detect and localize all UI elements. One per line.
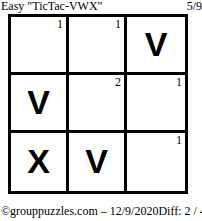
letter-V: V xyxy=(27,85,50,119)
cell-r1c2[interactable]: 1 xyxy=(127,75,185,133)
header: Easy "TicTac-VWX" 5/9 xyxy=(1,0,202,13)
cell-r1c1[interactable]: 2 xyxy=(69,75,127,133)
footer: ©grouppuzzles.com – 12/9/2020 Diff: 2 / … xyxy=(1,205,201,218)
puzzle-title: Easy "TicTac-VWX" xyxy=(1,0,103,13)
clue-number: 1 xyxy=(57,18,63,31)
cell-r1c0[interactable]: V xyxy=(11,75,69,133)
page-number: 5/9 xyxy=(187,0,202,13)
cell-r2c0[interactable]: X xyxy=(11,133,69,191)
cell-r0c0[interactable]: 1 xyxy=(11,17,69,75)
credit-text: ©grouppuzzles.com – 12/9/2020 xyxy=(1,205,158,218)
letter-X: X xyxy=(27,144,50,178)
letter-V: V xyxy=(85,144,108,178)
clue-number: 1 xyxy=(115,18,121,31)
cell-r0c2[interactable]: V xyxy=(127,17,185,75)
clue-number: 2 xyxy=(115,76,121,89)
letter-V: V xyxy=(145,27,168,61)
cell-r2c2[interactable]: 1 xyxy=(127,133,185,191)
clue-number: 1 xyxy=(176,76,182,89)
puzzle-grid: 11VV21XV1 xyxy=(8,14,188,194)
clue-number: 1 xyxy=(176,134,182,147)
cell-r0c1[interactable]: 1 xyxy=(69,17,127,75)
difficulty-text: Diff: 2 / 41 xyxy=(158,205,202,218)
cell-r2c1[interactable]: V xyxy=(69,133,127,191)
